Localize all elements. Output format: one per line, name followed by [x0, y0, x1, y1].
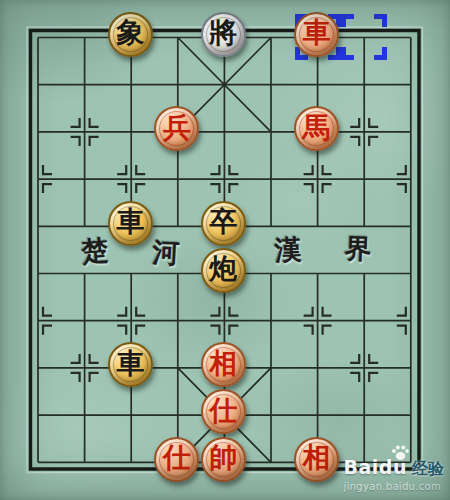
piece-glyph: 馬: [303, 114, 331, 142]
piece-black-general[interactable]: 將: [201, 12, 246, 57]
piece-glyph: 相: [303, 444, 331, 472]
piece-black-soldier[interactable]: 卒: [201, 201, 246, 246]
piece-red-advisor[interactable]: 仕: [154, 437, 199, 482]
watermark-url: jingyan.baidu.com: [344, 481, 444, 492]
marker-corner-icon: [341, 14, 354, 27]
piece-glyph: 兵: [163, 114, 191, 142]
last-move-marker: [341, 14, 387, 60]
piece-black-cannon[interactable]: 炮: [201, 248, 246, 293]
piece-glyph: 象: [116, 19, 144, 47]
marker-corner-icon: [374, 14, 387, 27]
piece-glyph: 車: [303, 19, 331, 47]
piece-glyph: 仕: [209, 397, 237, 425]
piece-glyph: 車: [116, 208, 144, 236]
piece-red-horse[interactable]: 馬: [294, 106, 339, 151]
piece-red-chariot[interactable]: 車: [294, 12, 339, 57]
watermark-brand-cn: 经验: [412, 459, 444, 480]
piece-glyph: 車: [116, 350, 144, 378]
piece-black-chariot[interactable]: 車: [108, 201, 153, 246]
piece-glyph: 帥: [209, 444, 237, 472]
xiangqi-board-screenshot: 楚 河 漢 界 象將車兵馬車卒炮車相仕仕帥相 Baidu 经验 j: [0, 0, 450, 500]
watermark: Baidu 经验 jingyan.baidu.com: [344, 456, 444, 492]
piece-glyph: 卒: [209, 208, 237, 236]
piece-red-advisor[interactable]: 仕: [201, 389, 246, 434]
piece-red-general[interactable]: 帥: [201, 437, 246, 482]
piece-red-soldier[interactable]: 兵: [154, 106, 199, 151]
piece-red-elephant[interactable]: 相: [294, 437, 339, 482]
piece-black-elephant[interactable]: 象: [108, 12, 153, 57]
piece-glyph: 相: [209, 350, 237, 378]
board-grid[interactable]: 象將車兵馬車卒炮車相仕仕帥相: [15, 14, 434, 486]
piece-black-chariot[interactable]: 車: [108, 342, 153, 387]
marker-corner-icon: [374, 47, 387, 60]
marker-corner-icon: [341, 47, 354, 60]
piece-red-elephant[interactable]: 相: [201, 342, 246, 387]
baidu-paw-icon: [391, 444, 410, 461]
piece-glyph: 炮: [209, 255, 237, 283]
piece-glyph: 將: [209, 19, 237, 47]
piece-glyph: 仕: [163, 444, 191, 472]
